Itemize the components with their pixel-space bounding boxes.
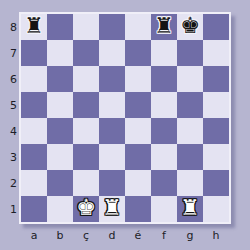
square-g5[interactable] (177, 92, 203, 118)
square-h3[interactable] (203, 144, 229, 170)
chess-board: ♜♜♚♚♜♜ (19, 12, 231, 224)
file-label-h: h (203, 226, 229, 244)
square-h2[interactable] (203, 170, 229, 196)
square-h4[interactable] (203, 118, 229, 144)
square-f2[interactable] (151, 170, 177, 196)
square-c1[interactable]: ♚ (73, 196, 99, 222)
rank-label-7: 7 (0, 40, 17, 66)
square-e1[interactable] (125, 196, 151, 222)
chess-app-background: 87654321 ♜♜♚♚♜♜ abçdéfgh (0, 0, 250, 250)
square-a7[interactable] (21, 40, 47, 66)
square-h1[interactable] (203, 196, 229, 222)
square-b2[interactable] (47, 170, 73, 196)
file-label-e: é (125, 226, 151, 244)
square-c4[interactable] (73, 118, 99, 144)
file-label-d: d (99, 226, 125, 244)
white-rook[interactable]: ♜ (102, 195, 122, 221)
square-f1[interactable] (151, 196, 177, 222)
square-a8[interactable]: ♜ (21, 14, 47, 40)
file-label-c: ç (73, 226, 99, 244)
rank-label-8: 8 (0, 14, 17, 40)
square-e5[interactable] (125, 92, 151, 118)
square-c8[interactable] (73, 14, 99, 40)
square-e2[interactable] (125, 170, 151, 196)
square-g2[interactable] (177, 170, 203, 196)
file-label-f: f (151, 226, 177, 244)
square-h7[interactable] (203, 40, 229, 66)
square-e8[interactable] (125, 14, 151, 40)
square-b3[interactable] (47, 144, 73, 170)
square-b8[interactable] (47, 14, 73, 40)
square-f8[interactable]: ♜ (151, 14, 177, 40)
square-a4[interactable] (21, 118, 47, 144)
rank-labels: 87654321 (0, 14, 17, 222)
square-g6[interactable] (177, 66, 203, 92)
black-king[interactable]: ♚ (180, 13, 200, 39)
square-a5[interactable] (21, 92, 47, 118)
square-d4[interactable] (99, 118, 125, 144)
square-a3[interactable] (21, 144, 47, 170)
square-h5[interactable] (203, 92, 229, 118)
rank-label-2: 2 (0, 170, 17, 196)
square-f7[interactable] (151, 40, 177, 66)
square-b7[interactable] (47, 40, 73, 66)
square-c5[interactable] (73, 92, 99, 118)
square-h6[interactable] (203, 66, 229, 92)
square-f4[interactable] (151, 118, 177, 144)
square-d8[interactable] (99, 14, 125, 40)
black-rook[interactable]: ♜ (154, 13, 174, 39)
white-king[interactable]: ♚ (76, 195, 96, 221)
file-label-a: a (21, 226, 47, 244)
square-d1[interactable]: ♜ (99, 196, 125, 222)
square-e6[interactable] (125, 66, 151, 92)
square-d2[interactable] (99, 170, 125, 196)
square-c2[interactable] (73, 170, 99, 196)
square-g8[interactable]: ♚ (177, 14, 203, 40)
white-rook[interactable]: ♜ (180, 195, 200, 221)
square-d6[interactable] (99, 66, 125, 92)
square-g1[interactable]: ♜ (177, 196, 203, 222)
square-g3[interactable] (177, 144, 203, 170)
square-g7[interactable] (177, 40, 203, 66)
square-c7[interactable] (73, 40, 99, 66)
square-d3[interactable] (99, 144, 125, 170)
square-b6[interactable] (47, 66, 73, 92)
square-b4[interactable] (47, 118, 73, 144)
file-label-b: b (47, 226, 73, 244)
square-c3[interactable] (73, 144, 99, 170)
rank-label-5: 5 (0, 92, 17, 118)
square-d5[interactable] (99, 92, 125, 118)
square-b1[interactable] (47, 196, 73, 222)
rank-label-6: 6 (0, 66, 17, 92)
square-b5[interactable] (47, 92, 73, 118)
square-d7[interactable] (99, 40, 125, 66)
board-grid: ♜♜♚♚♜♜ (21, 14, 229, 222)
square-a6[interactable] (21, 66, 47, 92)
rank-label-3: 3 (0, 144, 17, 170)
square-a1[interactable] (21, 196, 47, 222)
square-e7[interactable] (125, 40, 151, 66)
square-g4[interactable] (177, 118, 203, 144)
file-labels: abçdéfgh (21, 226, 229, 244)
square-f5[interactable] (151, 92, 177, 118)
square-a2[interactable] (21, 170, 47, 196)
rank-label-4: 4 (0, 118, 17, 144)
square-f6[interactable] (151, 66, 177, 92)
square-e3[interactable] (125, 144, 151, 170)
file-label-g: g (177, 226, 203, 244)
black-rook[interactable]: ♜ (24, 13, 44, 39)
square-f3[interactable] (151, 144, 177, 170)
rank-label-1: 1 (0, 196, 17, 222)
square-h8[interactable] (203, 14, 229, 40)
square-c6[interactable] (73, 66, 99, 92)
square-e4[interactable] (125, 118, 151, 144)
